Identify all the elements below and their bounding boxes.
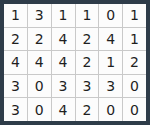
- grid-cell-r5c4[interactable]: 2: [76, 98, 99, 121]
- grid-cell-r1c5[interactable]: 0: [99, 4, 122, 27]
- grid-cell-r1c2[interactable]: 3: [28, 4, 51, 27]
- grid-cell-r1c1[interactable]: 1: [4, 4, 27, 27]
- grid-cell-r3c5[interactable]: 1: [99, 51, 122, 74]
- grid-cell-r5c2[interactable]: 0: [28, 98, 51, 121]
- grid-cell-r2c1[interactable]: 2: [4, 28, 27, 51]
- grid-cell-r2c4[interactable]: 2: [76, 28, 99, 51]
- grid-cell-r4c2[interactable]: 0: [28, 75, 51, 98]
- grid-cell-r5c5[interactable]: 0: [99, 98, 122, 121]
- grid-cell-r5c6[interactable]: 0: [123, 98, 146, 121]
- grid-cell-r4c3[interactable]: 3: [52, 75, 75, 98]
- grid-cell-r2c6[interactable]: 1: [123, 28, 146, 51]
- grid-cell-r4c1[interactable]: 3: [4, 75, 27, 98]
- grid-cell-r1c4[interactable]: 1: [76, 4, 99, 27]
- grid-cell-r3c1[interactable]: 4: [4, 51, 27, 74]
- grid-cell-r4c5[interactable]: 3: [99, 75, 122, 98]
- grid-cell-r2c3[interactable]: 4: [52, 28, 75, 51]
- grid-cell-r5c3[interactable]: 4: [52, 98, 75, 121]
- grid-cell-r5c1[interactable]: 3: [4, 98, 27, 121]
- grid-cell-r1c3[interactable]: 1: [52, 4, 75, 27]
- grid-cell-r3c2[interactable]: 4: [28, 51, 51, 74]
- grid-cell-r3c6[interactable]: 2: [123, 51, 146, 74]
- grid-cell-r3c3[interactable]: 4: [52, 51, 75, 74]
- grid-cell-r4c6[interactable]: 0: [123, 75, 146, 98]
- grid-cell-r1c6[interactable]: 1: [123, 4, 146, 27]
- grid-cell-r2c2[interactable]: 2: [28, 28, 51, 51]
- puzzle-grid: 131101224241444212303330304200: [0, 0, 150, 125]
- grid-cell-r2c5[interactable]: 4: [99, 28, 122, 51]
- grid-cell-r3c4[interactable]: 2: [76, 51, 99, 74]
- grid-cell-r4c4[interactable]: 3: [76, 75, 99, 98]
